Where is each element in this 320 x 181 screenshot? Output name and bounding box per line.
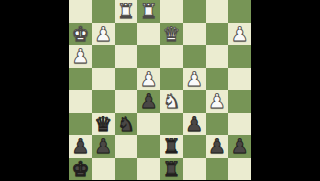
black-rook-piece[interactable]: ♜ (162, 158, 180, 180)
square-h1[interactable] (228, 158, 251, 181)
black-pawn-piece[interactable]: ♟ (185, 113, 203, 135)
square-g4[interactable]: ♟ (206, 90, 229, 113)
white-rook-piece[interactable]: ♜ (117, 0, 135, 22)
white-pawn-piece[interactable]: ♟ (185, 68, 203, 90)
square-f7[interactable] (183, 23, 206, 46)
square-b7[interactable]: ♟ (92, 23, 115, 46)
square-d5[interactable]: ♟ (137, 68, 160, 91)
square-a1[interactable]: ♚ (69, 158, 92, 181)
square-g3[interactable] (206, 113, 229, 136)
square-b3[interactable]: ♛ (92, 113, 115, 136)
square-d7[interactable] (137, 23, 160, 46)
square-g6[interactable] (206, 45, 229, 68)
white-pawn-piece[interactable]: ♟ (208, 90, 226, 112)
square-a7[interactable]: ♚ (69, 23, 92, 46)
square-f3[interactable]: ♟ (183, 113, 206, 136)
square-h6[interactable] (228, 45, 251, 68)
black-rook-piece[interactable]: ♜ (162, 135, 180, 157)
square-c6[interactable] (115, 45, 138, 68)
square-g7[interactable] (206, 23, 229, 46)
square-a6[interactable]: ♟ (69, 45, 92, 68)
video-frame: ♜♜♚♟♛♟♟♟♟♟♞♟♛♞♟♟♟♜♟♟♚♜ (0, 0, 320, 180)
square-h5[interactable] (228, 68, 251, 91)
square-f8[interactable] (183, 0, 206, 23)
white-pawn-piece[interactable]: ♟ (231, 23, 249, 45)
square-e2[interactable]: ♜ (160, 135, 183, 158)
square-f4[interactable] (183, 90, 206, 113)
square-h2[interactable]: ♟ (228, 135, 251, 158)
square-a3[interactable] (69, 113, 92, 136)
letterbox-left (0, 0, 69, 180)
square-c2[interactable] (115, 135, 138, 158)
square-d6[interactable] (137, 45, 160, 68)
square-d2[interactable] (137, 135, 160, 158)
square-d8[interactable]: ♜ (137, 0, 160, 23)
white-queen-piece[interactable]: ♛ (162, 23, 180, 45)
square-h4[interactable] (228, 90, 251, 113)
square-b1[interactable] (92, 158, 115, 181)
square-a5[interactable] (69, 68, 92, 91)
black-pawn-piece[interactable]: ♟ (71, 135, 89, 157)
white-knight-piece[interactable]: ♞ (162, 90, 180, 112)
square-e3[interactable] (160, 113, 183, 136)
black-pawn-piece[interactable]: ♟ (94, 135, 112, 157)
square-d1[interactable] (137, 158, 160, 181)
white-rook-piece[interactable]: ♜ (140, 0, 158, 22)
square-g5[interactable] (206, 68, 229, 91)
square-h8[interactable] (228, 0, 251, 23)
square-b5[interactable] (92, 68, 115, 91)
square-a4[interactable] (69, 90, 92, 113)
square-b6[interactable] (92, 45, 115, 68)
chess-board[interactable]: ♜♜♚♟♛♟♟♟♟♟♞♟♛♞♟♟♟♜♟♟♚♜ (69, 0, 251, 180)
square-h3[interactable] (228, 113, 251, 136)
letterbox-right (251, 0, 320, 180)
square-a2[interactable]: ♟ (69, 135, 92, 158)
square-h7[interactable]: ♟ (228, 23, 251, 46)
square-d4[interactable]: ♟ (137, 90, 160, 113)
square-d3[interactable] (137, 113, 160, 136)
square-e8[interactable] (160, 0, 183, 23)
black-pawn-piece[interactable]: ♟ (140, 90, 158, 112)
square-g8[interactable] (206, 0, 229, 23)
square-c3[interactable]: ♞ (115, 113, 138, 136)
square-c8[interactable]: ♜ (115, 0, 138, 23)
black-pawn-piece[interactable]: ♟ (231, 135, 249, 157)
square-f1[interactable] (183, 158, 206, 181)
square-f2[interactable] (183, 135, 206, 158)
square-c4[interactable] (115, 90, 138, 113)
white-pawn-piece[interactable]: ♟ (140, 68, 158, 90)
black-knight-piece[interactable]: ♞ (117, 113, 135, 135)
square-g2[interactable]: ♟ (206, 135, 229, 158)
square-e4[interactable]: ♞ (160, 90, 183, 113)
square-g1[interactable] (206, 158, 229, 181)
white-pawn-piece[interactable]: ♟ (94, 23, 112, 45)
square-e1[interactable]: ♜ (160, 158, 183, 181)
black-pawn-piece[interactable]: ♟ (208, 135, 226, 157)
square-f6[interactable] (183, 45, 206, 68)
white-pawn-piece[interactable]: ♟ (71, 45, 89, 67)
square-c7[interactable] (115, 23, 138, 46)
white-king-piece[interactable]: ♚ (71, 23, 89, 45)
square-b4[interactable] (92, 90, 115, 113)
square-c5[interactable] (115, 68, 138, 91)
black-king-piece[interactable]: ♚ (71, 158, 89, 180)
square-a8[interactable] (69, 0, 92, 23)
square-e6[interactable] (160, 45, 183, 68)
square-f5[interactable]: ♟ (183, 68, 206, 91)
square-b8[interactable] (92, 0, 115, 23)
square-e7[interactable]: ♛ (160, 23, 183, 46)
square-c1[interactable] (115, 158, 138, 181)
square-b2[interactable]: ♟ (92, 135, 115, 158)
black-queen-piece[interactable]: ♛ (94, 113, 112, 135)
square-e5[interactable] (160, 68, 183, 91)
